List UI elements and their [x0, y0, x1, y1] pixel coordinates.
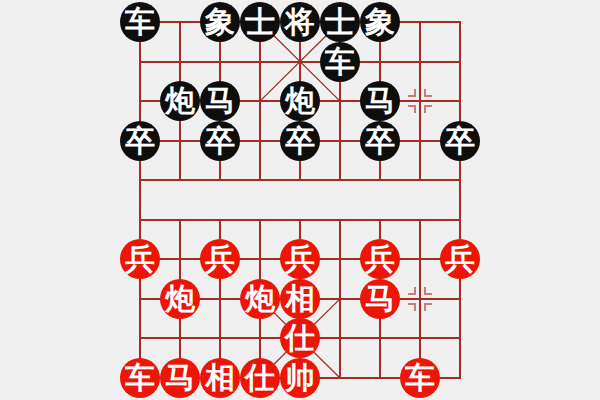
black-soldier[interactable]: 卒	[440, 121, 480, 161]
red-chariot[interactable]: 车	[120, 358, 160, 398]
red-soldier[interactable]: 兵	[360, 239, 400, 279]
board[interactable]: 车象士将士象车炮马炮马卒卒卒卒卒兵兵兵兵兵炮炮相马仕车马相仕帅车	[0, 0, 600, 400]
red-cannon[interactable]: 炮	[240, 279, 280, 319]
point-marker	[408, 287, 416, 295]
red-soldier[interactable]: 兵	[200, 239, 240, 279]
black-soldier[interactable]: 卒	[200, 121, 240, 161]
black-cannon[interactable]: 炮	[280, 81, 320, 121]
black-soldier[interactable]: 卒	[120, 121, 160, 161]
point-marker	[408, 89, 416, 97]
point-marker	[424, 89, 432, 97]
point-marker	[408, 105, 416, 113]
black-general[interactable]: 将	[280, 2, 320, 42]
point-marker	[424, 287, 432, 295]
red-soldier[interactable]: 兵	[280, 239, 320, 279]
black-chariot[interactable]: 车	[320, 42, 360, 82]
point-marker	[424, 105, 432, 113]
black-horse[interactable]: 马	[200, 81, 240, 121]
red-elephant[interactable]: 相	[280, 279, 320, 319]
red-soldier[interactable]: 兵	[440, 239, 480, 279]
black-chariot[interactable]: 车	[120, 2, 160, 42]
red-cannon[interactable]: 炮	[160, 279, 200, 319]
black-advisor[interactable]: 士	[320, 2, 360, 42]
xiangqi-board-screenshot: 车象士将士象车炮马炮马卒卒卒卒卒兵兵兵兵兵炮炮相马仕车马相仕帅车	[0, 0, 600, 400]
black-soldier[interactable]: 卒	[280, 121, 320, 161]
black-soldier[interactable]: 卒	[360, 121, 400, 161]
black-horse[interactable]: 马	[360, 81, 400, 121]
red-advisor[interactable]: 仕	[240, 358, 280, 398]
point-marker	[424, 303, 432, 311]
red-horse[interactable]: 马	[360, 279, 400, 319]
black-cannon[interactable]: 炮	[160, 81, 200, 121]
red-horse[interactable]: 马	[160, 358, 200, 398]
red-soldier[interactable]: 兵	[120, 239, 160, 279]
black-advisor[interactable]: 士	[240, 2, 280, 42]
red-advisor[interactable]: 仕	[280, 318, 320, 358]
red-general[interactable]: 帅	[280, 358, 320, 398]
red-chariot[interactable]: 车	[400, 358, 440, 398]
point-marker	[408, 303, 416, 311]
black-elephant[interactable]: 象	[360, 2, 400, 42]
black-elephant[interactable]: 象	[200, 2, 240, 42]
red-elephant[interactable]: 相	[200, 358, 240, 398]
